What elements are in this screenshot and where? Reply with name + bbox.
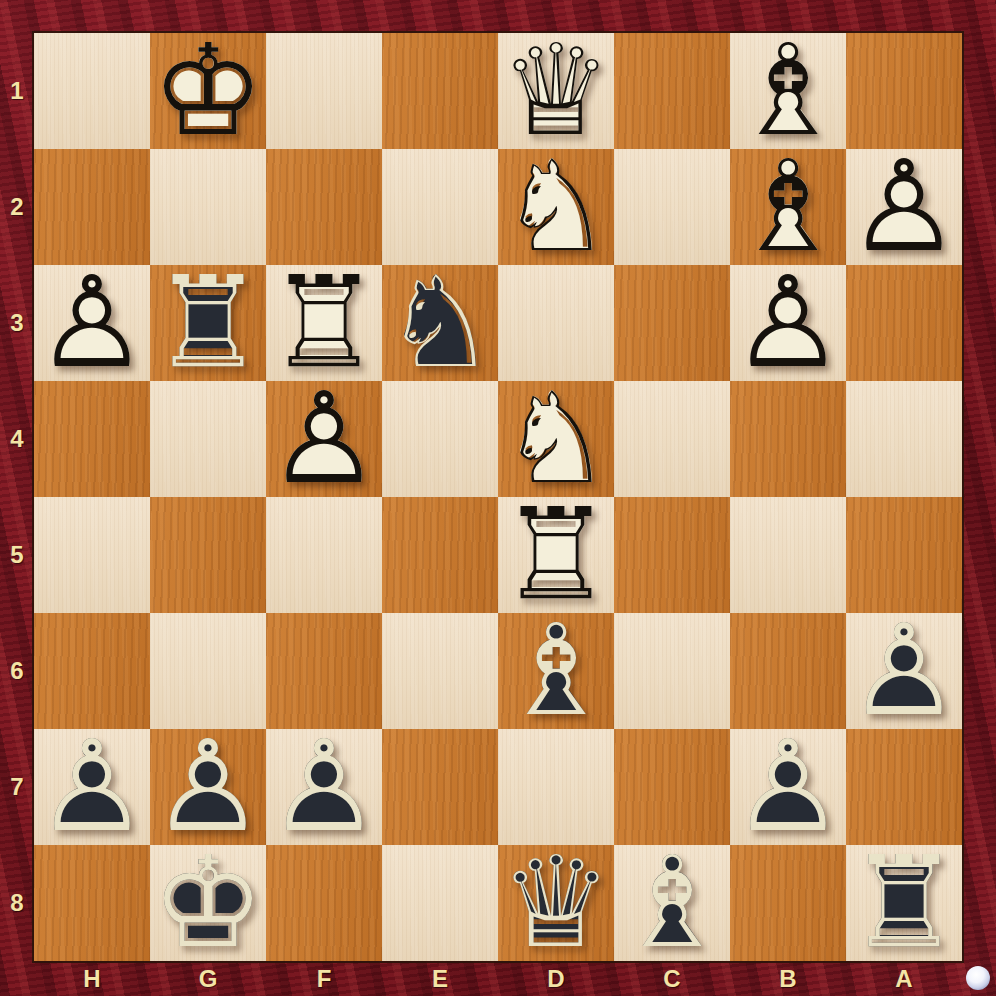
square-h1[interactable]	[34, 33, 150, 149]
piece-white-pawn[interactable]: ♟♙	[846, 149, 962, 265]
square-g4[interactable]	[150, 381, 266, 497]
square-g7[interactable]: ♟♙	[150, 729, 266, 845]
piece-outline-glyph: ♗	[614, 840, 730, 966]
square-g6[interactable]	[150, 613, 266, 729]
square-e8[interactable]	[382, 845, 498, 961]
piece-black-pawn[interactable]: ♟♙	[846, 613, 962, 729]
square-b2[interactable]: ♝♗	[730, 149, 846, 265]
piece-black-pawn[interactable]: ♟♙	[730, 729, 846, 845]
square-c8[interactable]: ♝♗	[614, 845, 730, 961]
piece-black-pawn[interactable]: ♟♙	[34, 729, 150, 845]
square-h2[interactable]	[34, 149, 150, 265]
square-e5[interactable]	[382, 497, 498, 613]
square-d7[interactable]	[498, 729, 614, 845]
piece-outline-glyph: ♘	[498, 144, 614, 270]
board-frame: ♚♔♛♕♝♗♞♘♝♗♟♙♟♙♜♖♜♖♞♘♟♙♟♙♞♘♜♖♝♗♟♙♟♙♟♙♟♙♟♙…	[0, 0, 996, 996]
file-label-h: H	[34, 961, 150, 996]
piece-outline-glyph: ♙	[730, 724, 846, 850]
square-d4[interactable]: ♞♘	[498, 381, 614, 497]
piece-white-king[interactable]: ♚♔	[150, 33, 266, 149]
square-f5[interactable]	[266, 497, 382, 613]
piece-outline-glyph: ♙	[266, 376, 382, 502]
piece-outline-glyph: ♙	[846, 608, 962, 734]
piece-outline-glyph: ♕	[498, 840, 614, 966]
square-d2[interactable]: ♞♘	[498, 149, 614, 265]
square-f8[interactable]	[266, 845, 382, 961]
piece-white-pawn[interactable]: ♟♙	[266, 381, 382, 497]
square-h6[interactable]	[34, 613, 150, 729]
square-c2[interactable]	[614, 149, 730, 265]
rank-label-8: 8	[0, 845, 34, 961]
file-label-c: C	[614, 961, 730, 996]
piece-outline-glyph: ♙	[34, 724, 150, 850]
square-a7[interactable]	[846, 729, 962, 845]
square-b3[interactable]: ♟♙	[730, 265, 846, 381]
square-b4[interactable]	[730, 381, 846, 497]
piece-outline-glyph: ♙	[730, 260, 846, 386]
rank-label-7: 7	[0, 729, 34, 845]
square-h4[interactable]	[34, 381, 150, 497]
square-f1[interactable]	[266, 33, 382, 149]
piece-outline-glyph: ♖	[846, 840, 962, 966]
square-c5[interactable]	[614, 497, 730, 613]
piece-black-rook[interactable]: ♜♖	[150, 265, 266, 381]
square-h7[interactable]: ♟♙	[34, 729, 150, 845]
square-d6[interactable]: ♝♗	[498, 613, 614, 729]
square-b8[interactable]	[730, 845, 846, 961]
piece-black-pawn[interactable]: ♟♙	[150, 729, 266, 845]
piece-outline-glyph: ♔	[150, 840, 266, 966]
square-e6[interactable]	[382, 613, 498, 729]
piece-outline-glyph: ♔	[150, 28, 266, 154]
square-c3[interactable]	[614, 265, 730, 381]
square-h8[interactable]	[34, 845, 150, 961]
square-d8[interactable]: ♛♕	[498, 845, 614, 961]
file-label-f: F	[266, 961, 382, 996]
square-a3[interactable]	[846, 265, 962, 381]
square-a6[interactable]: ♟♙	[846, 613, 962, 729]
piece-outline-glyph: ♗	[498, 608, 614, 734]
square-a4[interactable]	[846, 381, 962, 497]
square-e1[interactable]	[382, 33, 498, 149]
square-g3[interactable]: ♜♖	[150, 265, 266, 381]
square-g2[interactable]	[150, 149, 266, 265]
square-h5[interactable]	[34, 497, 150, 613]
square-d1[interactable]: ♛♕	[498, 33, 614, 149]
square-b6[interactable]	[730, 613, 846, 729]
square-f3[interactable]: ♜♖	[266, 265, 382, 381]
square-a5[interactable]	[846, 497, 962, 613]
piece-outline-glyph: ♙	[34, 260, 150, 386]
file-label-d: D	[498, 961, 614, 996]
square-g8[interactable]: ♚♔	[150, 845, 266, 961]
chess-board: ♚♔♛♕♝♗♞♘♝♗♟♙♟♙♜♖♜♖♞♘♟♙♟♙♞♘♜♖♝♗♟♙♟♙♟♙♟♙♟♙…	[34, 33, 962, 961]
piece-white-bishop[interactable]: ♝♗	[730, 149, 846, 265]
file-label-e: E	[382, 961, 498, 996]
rank-label-6: 6	[0, 613, 34, 729]
square-e7[interactable]	[382, 729, 498, 845]
square-h3[interactable]: ♟♙	[34, 265, 150, 381]
piece-black-bishop[interactable]: ♝♗	[498, 613, 614, 729]
square-f7[interactable]: ♟♙	[266, 729, 382, 845]
square-a2[interactable]: ♟♙	[846, 149, 962, 265]
square-e4[interactable]	[382, 381, 498, 497]
piece-white-bishop[interactable]: ♝♗	[730, 33, 846, 149]
rank-label-3: 3	[0, 265, 34, 381]
square-c7[interactable]	[614, 729, 730, 845]
piece-white-pawn[interactable]: ♟♙	[730, 265, 846, 381]
file-label-a: A	[846, 961, 962, 996]
square-f4[interactable]: ♟♙	[266, 381, 382, 497]
square-b5[interactable]	[730, 497, 846, 613]
piece-outline-glyph: ♙	[846, 144, 962, 270]
piece-black-knight[interactable]: ♞♘	[382, 265, 498, 381]
file-label-b: B	[730, 961, 846, 996]
piece-black-king[interactable]: ♚♔	[150, 845, 266, 961]
piece-white-rook[interactable]: ♜♖	[498, 497, 614, 613]
corner-dot-icon	[966, 966, 990, 990]
piece-outline-glyph: ♙	[266, 724, 382, 850]
square-f6[interactable]	[266, 613, 382, 729]
piece-white-rook[interactable]: ♜♖	[266, 265, 382, 381]
square-g1[interactable]: ♚♔	[150, 33, 266, 149]
rank-label-5: 5	[0, 497, 34, 613]
piece-white-queen[interactable]: ♛♕	[498, 33, 614, 149]
square-a1[interactable]	[846, 33, 962, 149]
piece-outline-glyph: ♘	[382, 260, 498, 386]
square-f2[interactable]	[266, 149, 382, 265]
square-e2[interactable]	[382, 149, 498, 265]
piece-white-knight[interactable]: ♞♘	[498, 149, 614, 265]
square-a8[interactable]: ♜♖	[846, 845, 962, 961]
square-d3[interactable]	[498, 265, 614, 381]
rank-label-1: 1	[0, 33, 34, 149]
square-b1[interactable]: ♝♗	[730, 33, 846, 149]
piece-white-knight[interactable]: ♞♘	[498, 381, 614, 497]
rank-label-4: 4	[0, 381, 34, 497]
piece-black-pawn[interactable]: ♟♙	[266, 729, 382, 845]
square-d5[interactable]: ♜♖	[498, 497, 614, 613]
piece-black-bishop[interactable]: ♝♗	[614, 845, 730, 961]
square-e3[interactable]: ♞♘	[382, 265, 498, 381]
piece-black-queen[interactable]: ♛♕	[498, 845, 614, 961]
piece-black-rook[interactable]: ♜♖	[846, 845, 962, 961]
file-label-g: G	[150, 961, 266, 996]
square-c6[interactable]	[614, 613, 730, 729]
piece-white-pawn[interactable]: ♟♙	[34, 265, 150, 381]
piece-outline-glyph: ♖	[150, 260, 266, 386]
rank-label-2: 2	[0, 149, 34, 265]
square-c4[interactable]	[614, 381, 730, 497]
square-c1[interactable]	[614, 33, 730, 149]
square-g5[interactable]	[150, 497, 266, 613]
square-b7[interactable]: ♟♙	[730, 729, 846, 845]
